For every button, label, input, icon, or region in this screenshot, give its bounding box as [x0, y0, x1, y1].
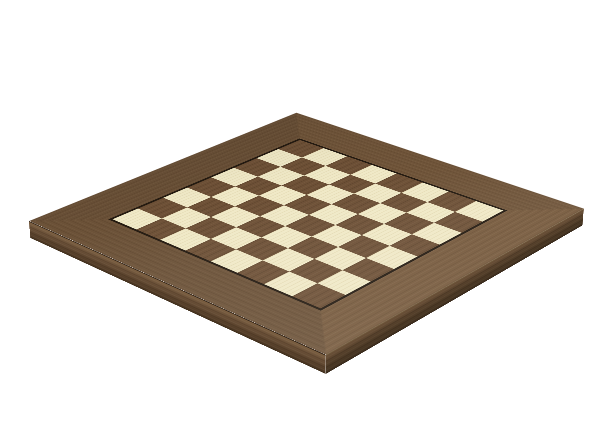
product-photo: [0, 0, 600, 443]
chess-board: [30, 120, 584, 364]
board-scene: [0, 0, 600, 443]
board-top-surface: [29, 113, 584, 355]
